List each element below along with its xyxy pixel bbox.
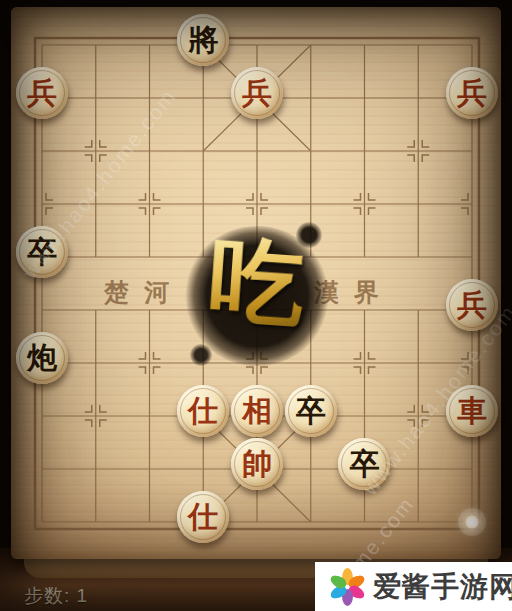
piece-glyph: 帥 xyxy=(242,449,272,479)
piece-red-general[interactable]: 帥 xyxy=(231,438,283,490)
piece-red-soldier[interactable]: 兵 xyxy=(16,67,68,119)
piece-red-advisor[interactable]: 仕 xyxy=(177,385,229,437)
piece-glyph: 炮 xyxy=(27,343,57,373)
piece-glyph: 兵 xyxy=(27,78,57,108)
move-counter: 步数: 1 xyxy=(24,583,88,609)
piece-red-soldier[interactable]: 兵 xyxy=(231,67,283,119)
piece-black-cannon[interactable]: 炮 xyxy=(16,332,68,384)
piece-red-advisor[interactable]: 仕 xyxy=(177,491,229,543)
piece-glyph: 兵 xyxy=(457,290,487,320)
piece-red-soldier[interactable]: 兵 xyxy=(446,279,498,331)
piece-glyph: 卒 xyxy=(349,449,379,479)
move-hint-dot[interactable] xyxy=(465,515,479,529)
piece-glyph: 卒 xyxy=(296,396,326,426)
site-watermark-card: 爱酱手游网 xyxy=(315,562,512,611)
piece-glyph: 相 xyxy=(242,396,272,426)
xiangqi-game-screen: 楚河 漢界 將兵兵兵卒兵炮仕相卒車帥卒仕 吃 www.hao4.home.com… xyxy=(0,0,512,611)
piece-black-general[interactable]: 將 xyxy=(177,14,229,66)
piece-red-chariot[interactable]: 車 xyxy=(446,385,498,437)
piece-glyph: 將 xyxy=(188,25,218,55)
piece-glyph: 兵 xyxy=(457,78,487,108)
piece-black-soldier[interactable]: 卒 xyxy=(338,438,390,490)
piece-glyph: 車 xyxy=(457,396,487,426)
piece-glyph: 卒 xyxy=(27,237,57,267)
pinwheel-logo-icon xyxy=(327,567,367,607)
board-grid: 將兵兵兵卒兵炮仕相卒車帥卒仕 xyxy=(15,18,499,548)
piece-glyph: 仕 xyxy=(188,396,218,426)
site-watermark-text: 爱酱手游网 xyxy=(373,568,512,606)
piece-red-soldier[interactable]: 兵 xyxy=(446,67,498,119)
piece-black-soldier[interactable]: 卒 xyxy=(16,226,68,278)
piece-glyph: 兵 xyxy=(242,78,272,108)
piece-glyph: 仕 xyxy=(188,502,218,532)
piece-black-soldier[interactable]: 卒 xyxy=(285,385,337,437)
piece-red-elephant[interactable]: 相 xyxy=(231,385,283,437)
